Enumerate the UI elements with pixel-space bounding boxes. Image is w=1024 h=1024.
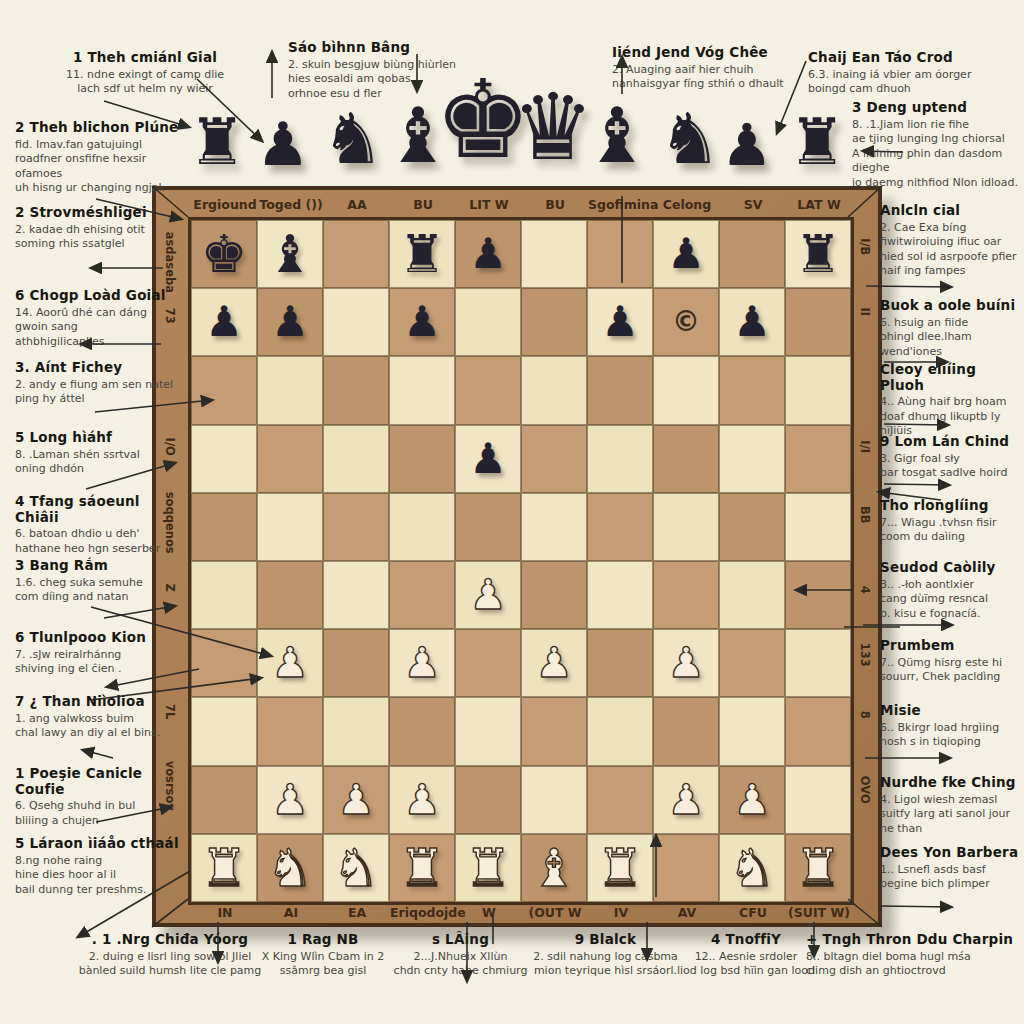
annotation-bottom-3: s LÂing2...J.Nhueix Xllùn chdn cnty hahe… — [383, 932, 538, 979]
square-r3c9[interactable] — [719, 356, 785, 424]
square-r10c7[interactable]: ♜ — [587, 834, 653, 902]
square-r6c4[interactable] — [389, 561, 455, 629]
annotation-body: 6.3. inaing iá vbier am óorger boingd ca… — [808, 68, 993, 97]
square-r4c4[interactable] — [389, 425, 455, 493]
annotation-title: 4 Tfang sáoeunl Chiâii — [15, 494, 180, 525]
annotation-title: Tho rlonglíing — [880, 498, 1022, 514]
annotation-left-5: 3 Bang Rắm1.6. cheg suka semuhe com díin… — [15, 558, 170, 605]
file-label-top-8: Celong — [654, 199, 720, 212]
annotation-title: 9 Lom Lán Chind — [880, 434, 1022, 450]
annotation-left-9: 5 Láraon ìiáåo cthaál8.ng nohe raing hin… — [15, 836, 180, 897]
annotation-title: 7 ¿ Than Niìolioa — [15, 694, 175, 710]
square-r1c5[interactable]: ♟ — [455, 220, 521, 288]
rank-label-right-3: I/I — [858, 417, 870, 477]
chess-board: ♚♝♜♟♟♜♟♟♟♟©♟♟♟♟♟♟♟♟♟♟♟♟♜♞♞♜♜♝♜♞♜ — [188, 217, 854, 905]
file-label-top-9: SV — [720, 199, 786, 212]
annotation-title: Sáo bìhnn Bâng — [288, 40, 468, 56]
annotation-body: 7... Wiagu .tvhsn fisir coom du daìing — [880, 516, 1022, 545]
square-r10c2[interactable]: ♞ — [257, 834, 323, 902]
white-rook: ♜ — [201, 842, 248, 894]
square-r2c8[interactable]: © — [653, 288, 719, 356]
file-label-top-1: Ergiound — [192, 199, 258, 212]
square-r7c4[interactable]: ♟ — [389, 629, 455, 697]
square-r5c1[interactable] — [191, 493, 257, 561]
annotation-title: 2 Strovméshligei — [15, 205, 180, 221]
annotation-right-4: 9 Lom Lán Chind3. Gigr foal sły bar tosg… — [880, 434, 1022, 481]
black-pawn: ♟ — [469, 233, 507, 275]
annotation-body: 1. ang valwkoss buim chal lawy an diy al… — [15, 712, 175, 741]
annotation-right-1: Anlcln cial2. Cae Exa bíng fiwitwiroiuin… — [880, 203, 1022, 279]
square-r9c2[interactable]: ♟ — [257, 766, 323, 834]
square-r8c8[interactable] — [653, 697, 719, 765]
square-r8c4[interactable] — [389, 697, 455, 765]
white-knight: ♞ — [267, 842, 314, 894]
decorative-black-pawn: ♟ — [718, 116, 776, 174]
annotation-top-1: 1 Theh cmiánl Gial11. ndne exingt of cam… — [60, 50, 230, 97]
square-r1c10[interactable]: ♜ — [785, 220, 851, 288]
decorative-black-bishop: ♝ — [579, 98, 655, 174]
square-r10c4[interactable]: ♜ — [389, 834, 455, 902]
white-rook: ♜ — [465, 842, 512, 894]
square-r2c9[interactable]: ♟ — [719, 288, 785, 356]
annotation-title: 5 Láraon ìiáåo cthaál — [15, 836, 180, 852]
white-pawn: ♟ — [733, 779, 771, 821]
square-r3c6[interactable] — [521, 356, 587, 424]
square-r4c2[interactable] — [257, 425, 323, 493]
square-r9c4[interactable]: ♟ — [389, 766, 455, 834]
black-pawn: ♟ — [469, 438, 507, 480]
square-r2c5[interactable] — [455, 288, 521, 356]
file-label-bottom-8: AV — [654, 907, 720, 920]
white-knight: ♞ — [333, 842, 380, 894]
annotation-body: 3. Gigr foal sły bar tosgat sadlve hoird — [880, 452, 1022, 481]
annotation-body: 12.. Aesnie srdoler liod log bsd hïin ga… — [666, 950, 826, 979]
rank-label-right-4: BB — [858, 485, 870, 545]
square-r2c4[interactable]: ♟ — [389, 288, 455, 356]
square-r4c3[interactable] — [323, 425, 389, 493]
annotation-body: 6. Qsehg shuhd in bul bliiing a chujen — [15, 799, 180, 828]
annotation-left-8: 1 Poeşie Canicle Coufie6. Qsehg shuhd in… — [15, 766, 180, 828]
square-r3c10[interactable] — [785, 356, 851, 424]
square-r2c7[interactable]: ♟ — [587, 288, 653, 356]
decorative-black-rook: ♜ — [785, 110, 849, 174]
annotation-top-4: Sáo bìhnn Bâng2. skuin besgjuw biùng hiù… — [288, 40, 468, 101]
annotation-title: Buok a oole buíni — [880, 298, 1024, 314]
square-r8c3[interactable] — [323, 697, 389, 765]
file-label-bottom-3: EA — [324, 907, 390, 920]
square-r8c7[interactable] — [587, 697, 653, 765]
black-pawn: ♟ — [667, 233, 705, 275]
square-r10c10[interactable]: ♜ — [785, 834, 851, 902]
annotation-top-3: 2 Strovméshligei2. kadae dh ehising otit… — [15, 205, 180, 252]
annotation-title: s LÂing — [383, 932, 538, 948]
annotation-body: 8.ng nohe raing hine dies hoor al il bai… — [15, 854, 180, 898]
black-pawn: ♟ — [205, 301, 243, 343]
annotation-body: 8.. bltagn diel boma hugl mśa climg dish… — [806, 950, 1021, 979]
annotation-body: 4. Ligol wiesh zemasl suitfy larg ati sa… — [880, 793, 1024, 837]
annotation-right-7: Prumbem7.. Qümg hisrg este hi souurr, Ch… — [880, 638, 1024, 685]
square-r8c9[interactable] — [719, 697, 785, 765]
square-r5c2[interactable] — [257, 493, 323, 561]
square-r3c3[interactable] — [323, 356, 389, 424]
square-r1c2[interactable]: ♝ — [257, 220, 323, 288]
square-r9c6[interactable] — [521, 766, 587, 834]
file-label-bottom-1: IN — [192, 907, 258, 920]
annotation-body: 2. andy e fiung am sen natel ping hy átt… — [15, 378, 175, 407]
annotation-title: 4 TnoffiY — [666, 932, 826, 948]
annotation-top-5: Iiénd Jend Vóg Chêe2. Auaging aaif hier … — [612, 45, 792, 92]
square-r7c3[interactable] — [323, 629, 389, 697]
white-pawn: ♟ — [271, 642, 309, 684]
decorative-black-rook: ♜ — [185, 110, 249, 174]
annotation-right-10: Dees Yon Barbera1.. Lsnefl asds basf peg… — [880, 845, 1024, 892]
annotation-bottom-2: 1 Rag NBX King Wlìn Cbam in 2 ssâmrg bea… — [243, 932, 403, 979]
white-pawn: ♟ — [337, 779, 375, 821]
black-king: ♚ — [201, 228, 248, 280]
square-r1c7[interactable] — [587, 220, 653, 288]
annotation-body: 1.6. cheg suka semuhe com díing and nata… — [15, 576, 170, 605]
annotation-left-6: 6 Tlunlpooo Kion7. .sJw reiralrhánng shi… — [15, 630, 165, 677]
annotation-title: 3. Aínt Fichey — [15, 360, 175, 376]
annotation-left-7: 7 ¿ Than Niìolioa1. ang valwkoss buim ch… — [15, 694, 175, 741]
square-r6c10[interactable] — [785, 561, 851, 629]
square-r9c8[interactable]: ♟ — [653, 766, 719, 834]
annotation-body: 1.. Lsnefl asds basf pegine bich plimper — [880, 863, 1024, 892]
square-r9c5[interactable] — [455, 766, 521, 834]
square-r5c5[interactable] — [455, 493, 521, 561]
square-r3c4[interactable] — [389, 356, 455, 424]
square-r5c7[interactable] — [587, 493, 653, 561]
square-r5c3[interactable] — [323, 493, 389, 561]
square-r4c1[interactable] — [191, 425, 257, 493]
square-r8c10[interactable] — [785, 697, 851, 765]
square-r8c6[interactable] — [521, 697, 587, 765]
file-label-top-10: LAT W — [786, 199, 852, 212]
square-r6c1[interactable] — [191, 561, 257, 629]
annotation-right-5: Tho rlonglíing7... Wiagu .tvhsn fisir co… — [880, 498, 1022, 545]
file-label-bottom-9: CFU — [720, 907, 786, 920]
annotation-title: Iiénd Jend Vóg Chêe — [612, 45, 792, 61]
file-label-bottom-6: (OUT W — [522, 907, 588, 920]
square-r10c6[interactable]: ♝ — [521, 834, 587, 902]
square-r9c3[interactable]: ♟ — [323, 766, 389, 834]
annotation-title: 2 Theh blichon Plúne — [15, 120, 190, 136]
square-r10c5[interactable]: ♜ — [455, 834, 521, 902]
square-r7c8[interactable]: ♟ — [653, 629, 719, 697]
square-r4c6[interactable] — [521, 425, 587, 493]
square-r1c6[interactable] — [521, 220, 587, 288]
annotation-body: 6. batoan dhdio u deh' hathane heo hgn s… — [15, 527, 180, 556]
square-r9c7[interactable] — [587, 766, 653, 834]
square-r7c5[interactable] — [455, 629, 521, 697]
square-r5c4[interactable] — [389, 493, 455, 561]
annotation-body: 2. kadae dh ehising otit soming rhis ssa… — [15, 223, 180, 252]
white-pawn: ♟ — [469, 574, 507, 616]
white-rook: ♜ — [795, 842, 842, 894]
annotation-title: Misie — [880, 703, 1022, 719]
annotation-title: 3 Bang Rắm — [15, 558, 170, 574]
annotation-bottom-6: + Tngh Thron Ddu Charpin8.. bltagn diel … — [806, 932, 1021, 979]
rank-label-right-2: II — [858, 282, 870, 342]
square-r8c2[interactable] — [257, 697, 323, 765]
black-bishop: ♝ — [267, 228, 314, 280]
annotation-body: 7.. Qümg hisrg este hi souurr, Chek pacl… — [880, 656, 1024, 685]
file-label-top-2: Toged ()) — [258, 199, 324, 212]
annotation-top-2: 2 Theh blichon Plúnefid. Imav.fan gatuju… — [15, 120, 190, 196]
square-r7c2[interactable]: ♟ — [257, 629, 323, 697]
square-r8c1[interactable] — [191, 697, 257, 765]
annotation-body: X King Wlìn Cbam in 2 ssâmrg bea gisl — [243, 950, 403, 979]
annotation-body: 2. skuin besgjuw biùng hiùrlen hies eosa… — [288, 58, 468, 102]
rank-label-right-8: OVO — [858, 760, 870, 820]
annotation-body: 2...J.Nhueix Xllùn chdn cnty hahe chmiur… — [383, 950, 538, 979]
square-r6c2[interactable] — [257, 561, 323, 629]
black-rook: ♜ — [399, 228, 446, 280]
square-r10c3[interactable]: ♞ — [323, 834, 389, 902]
annotation-body: 8. .1.Jiam lion rie fihe ae tjing lungin… — [852, 118, 1022, 191]
square-r9c10[interactable] — [785, 766, 851, 834]
square-r7c1[interactable] — [191, 629, 257, 697]
white-bishop: ♝ — [531, 842, 578, 894]
annotation-body: 8. .Laman shén ssrtval oning dhdón — [15, 448, 165, 477]
black-pawn: ♟ — [733, 301, 771, 343]
annotation-title: 3 Deng uptend — [852, 100, 1022, 116]
file-label-top-3: AA — [324, 199, 390, 212]
file-label-top-5: LIT W — [456, 199, 522, 212]
rank-label-right-5: 4 — [858, 560, 870, 620]
file-label-top-7: Sgofimina — [588, 199, 654, 212]
annotation-title: 1 Theh cmiánl Gial — [60, 50, 230, 66]
white-pawn: ♟ — [403, 642, 441, 684]
square-r9c1[interactable] — [191, 766, 257, 834]
square-r4c7[interactable] — [587, 425, 653, 493]
square-r5c9[interactable] — [719, 493, 785, 561]
square-r8c5[interactable] — [455, 697, 521, 765]
white-pawn: ♟ — [535, 642, 573, 684]
file-label-bottom-5: W — [456, 907, 522, 920]
black-pawn: ♟ — [403, 301, 441, 343]
annotation-title: 5 Long hìáhf — [15, 430, 165, 446]
black-rook: ♜ — [795, 228, 842, 280]
white-pawn: ♟ — [403, 779, 441, 821]
square-r6c5[interactable]: ♟ — [455, 561, 521, 629]
file-label-bottom-10: (SUIT W) — [786, 907, 852, 920]
annotation-title: Dees Yon Barbera — [880, 845, 1024, 861]
white-knight: ♞ — [729, 842, 776, 894]
square-r4c8[interactable] — [653, 425, 719, 493]
annotation-top-7: 3 Deng uptend8. .1.Jiam lion rie fihe ae… — [852, 100, 1022, 190]
black-pawn: ♟ — [601, 301, 639, 343]
annotation-title: Prumbem — [880, 638, 1024, 654]
annotation-body: 3.. .-łoh aontlxier cang dùïmg resncal b… — [880, 578, 1022, 622]
square-r5c10[interactable] — [785, 493, 851, 561]
square-r2c2[interactable]: ♟ — [257, 288, 323, 356]
white-rook: ♜ — [597, 842, 644, 894]
decorative-black-knight: ♞ — [318, 104, 388, 174]
black-pawn: ♟ — [271, 301, 309, 343]
rank-label-right-7: 8 — [858, 685, 870, 745]
annotation-right-6: Seudod Caòlily3.. .-łoh aontlxier cang d… — [880, 560, 1022, 621]
square-r7c6[interactable]: ♟ — [521, 629, 587, 697]
square-r10c1[interactable]: ♜ — [191, 834, 257, 902]
annotation-body: 14. Aoorû dhé can dáng gwoin sang athbhi… — [15, 306, 170, 350]
annotation-right-2: Buok a oole buíni6. hsuig an fiide ohing… — [880, 298, 1024, 359]
square-r3c8[interactable] — [653, 356, 719, 424]
copyright-mark: © — [672, 308, 700, 336]
annotation-bottom-5: 4 TnoffiY12.. Aesnie srdoler liod log bs… — [666, 932, 826, 979]
square-r7c9[interactable] — [719, 629, 785, 697]
annotation-body: 2. Cae Exa bíng fiwitwiroiuing ifiuc oar… — [880, 221, 1022, 279]
square-r3c5[interactable] — [455, 356, 521, 424]
file-label-top-4: BU — [390, 199, 456, 212]
rank-label-right-1: I/B — [858, 217, 870, 277]
square-r4c9[interactable] — [719, 425, 785, 493]
square-r1c8[interactable]: ♟ — [653, 220, 719, 288]
square-r4c5[interactable]: ♟ — [455, 425, 521, 493]
annotation-body: 7. .sJw reiralrhánng shiving ing el ĉien… — [15, 648, 165, 677]
annotation-left-4: 4 Tfang sáoeunl Chiâii6. batoan dhdio u … — [15, 494, 180, 556]
annotation-title: 6 Chogp Loàd Goial — [15, 288, 170, 304]
square-r4c10[interactable] — [785, 425, 851, 493]
square-r3c2[interactable] — [257, 356, 323, 424]
annotation-body: 2. Auaging aaif hier chuih nanhaisgyar f… — [612, 63, 792, 92]
annotation-body: 11. ndne exingt of camp dlie lach sdf ut… — [60, 68, 230, 97]
annotation-body: 6.. Bkirgr load hrgìing hosh s in tiqiop… — [880, 721, 1022, 750]
square-r1c3[interactable] — [323, 220, 389, 288]
square-r6c8[interactable] — [653, 561, 719, 629]
square-r1c1[interactable]: ♚ — [191, 220, 257, 288]
square-r6c9[interactable] — [719, 561, 785, 629]
annotation-right-9: Nurdhe fke Ching4. Ligol wiesh zemasl su… — [880, 775, 1024, 836]
square-r1c4[interactable]: ♜ — [389, 220, 455, 288]
annotation-title: 6 Tlunlpooo Kion — [15, 630, 165, 646]
annotation-top-6: Chaij Ean Táo Crod6.3. inaing iá vbier a… — [808, 50, 993, 97]
white-rook: ♜ — [399, 842, 446, 894]
square-r1c9[interactable] — [719, 220, 785, 288]
decorative-black-pawn: ♟ — [253, 114, 313, 174]
annotation-title: Nurdhe fke Ching — [880, 775, 1024, 791]
annotation-title: Chaij Ean Táo Crod — [808, 50, 993, 66]
square-r10c8[interactable] — [653, 834, 719, 902]
square-r9c9[interactable]: ♟ — [719, 766, 785, 834]
annotation-title: + Tngh Thron Ddu Charpin — [806, 932, 1021, 948]
square-r7c7[interactable] — [587, 629, 653, 697]
square-r3c1[interactable] — [191, 356, 257, 424]
square-r2c1[interactable]: ♟ — [191, 288, 257, 356]
square-r6c6[interactable] — [521, 561, 587, 629]
file-label-bottom-2: AI — [258, 907, 324, 920]
annotation-title: 1 Poeşie Canicle Coufie — [15, 766, 180, 797]
decorative-black-knight: ♞ — [655, 104, 725, 174]
annotation-right-3: Cleoy elìíing Pluoh4.. Aùng haif brg hoa… — [880, 362, 1022, 439]
rank-label-right-6: 133 — [858, 625, 870, 685]
square-r5c8[interactable] — [653, 493, 719, 561]
annotation-title: Seudod Caòlily — [880, 560, 1022, 576]
square-r3c7[interactable] — [587, 356, 653, 424]
square-r5c6[interactable] — [521, 493, 587, 561]
white-pawn: ♟ — [667, 642, 705, 684]
square-r6c7[interactable] — [587, 561, 653, 629]
annotation-left-2: 3. Aínt Fichey2. andy e fiung am sen nat… — [15, 360, 175, 407]
white-pawn: ♟ — [271, 779, 309, 821]
file-label-bottom-4: Eriqodojde — [390, 907, 456, 920]
square-r2c3[interactable] — [323, 288, 389, 356]
annotation-title: 1 Rag NB — [243, 932, 403, 948]
annotation-title: Cleoy elìíing Pluoh — [880, 362, 1022, 393]
square-r6c3[interactable] — [323, 561, 389, 629]
annotation-left-1: 6 Chogp Loàd Goial14. Aoorû dhé can dáng… — [15, 288, 170, 349]
file-label-top-6: BU — [522, 199, 588, 212]
annotation-left-3: 5 Long hìáhf8. .Laman shén ssrtval oning… — [15, 430, 165, 477]
annotation-title: Anlcln cial — [880, 203, 1022, 219]
file-label-bottom-7: IV — [588, 907, 654, 920]
annotation-body: 6. hsuig an fiide ohingl dlee.lham wend'… — [880, 316, 1024, 360]
square-r7c10[interactable] — [785, 629, 851, 697]
annotation-body: fid. Imav.fan gatujuingl roadfner onsfif… — [15, 138, 190, 196]
square-r2c10[interactable] — [785, 288, 851, 356]
square-r2c6[interactable] — [521, 288, 587, 356]
annotation-right-8: Misie6.. Bkirgr load hrgìing hosh s in t… — [880, 703, 1022, 750]
white-pawn: ♟ — [667, 779, 705, 821]
square-r10c9[interactable]: ♞ — [719, 834, 785, 902]
